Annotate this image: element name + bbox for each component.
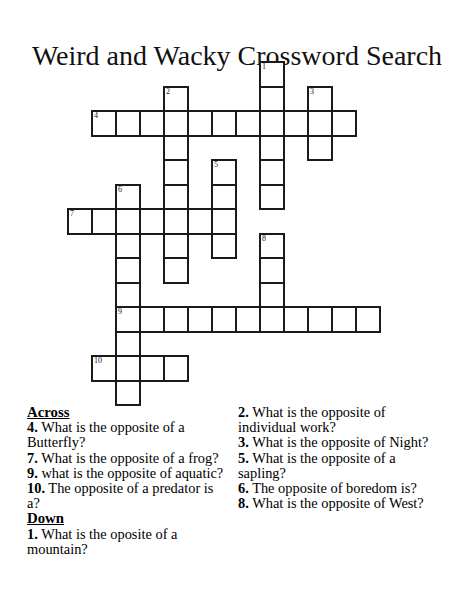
clue-text: What is the opposite of a Butterfly? xyxy=(27,419,185,450)
clue-number: 4. xyxy=(27,419,38,435)
cell-r2-c3[interactable] xyxy=(140,111,164,136)
cell-r2-c9[interactable] xyxy=(284,111,308,136)
cell-r4-c6[interactable]: 5 xyxy=(212,160,236,185)
clue-down-3: 3. What is the opposite of Night? xyxy=(238,435,432,450)
clue-number: 6. xyxy=(238,480,249,496)
cell-r10-c10[interactable] xyxy=(308,307,332,332)
cell-r11-c2[interactable] xyxy=(116,332,140,357)
cell-r3-c10[interactable] xyxy=(308,136,332,161)
across-heading: Across xyxy=(27,405,229,420)
cell-r1-c10[interactable]: 3 xyxy=(308,87,332,112)
cell-r5-c6[interactable] xyxy=(212,185,236,210)
cell-r4-c8[interactable] xyxy=(260,160,284,185)
cell-r6-c6[interactable] xyxy=(212,209,236,234)
down-clues-list-left: 1. What is the oposite of a mountain? xyxy=(27,527,229,557)
cell-r2-c5[interactable] xyxy=(188,111,212,136)
cell-r5-c2[interactable]: 6 xyxy=(116,185,140,210)
clue-text: What is the opposite of West? xyxy=(249,495,424,511)
cell-r8-c4[interactable] xyxy=(164,258,188,283)
clue-number: 5. xyxy=(238,450,249,466)
clue-text: The opposite of a predator is a? xyxy=(27,480,213,511)
cell-r2-c10[interactable] xyxy=(308,111,332,136)
cell-r10-c3[interactable] xyxy=(140,307,164,332)
cell-r5-c4[interactable] xyxy=(164,185,188,210)
cell-number-8: 8 xyxy=(262,235,266,243)
cell-r10-c4[interactable] xyxy=(164,307,188,332)
cell-r6-c2[interactable] xyxy=(116,209,140,234)
clue-down-8: 8. What is the opposite of West? xyxy=(238,496,432,511)
clue-number: 9. xyxy=(27,465,38,481)
cell-r6-c1[interactable] xyxy=(92,209,116,234)
clue-text: What is the opposite of a frog? xyxy=(38,450,219,466)
cell-r7-c2[interactable] xyxy=(116,234,140,259)
cell-number-7: 7 xyxy=(70,210,74,218)
clue-number: 1. xyxy=(27,526,38,542)
clue-down-6: 6. The opposite of boredom is? xyxy=(238,481,432,496)
cell-number-2: 2 xyxy=(166,88,170,96)
cell-number-10: 10 xyxy=(94,357,102,365)
cell-r10-c12[interactable] xyxy=(356,307,380,332)
cell-number-5: 5 xyxy=(214,161,218,169)
cell-r6-c3[interactable] xyxy=(140,209,164,234)
clue-down-5: 5. What is the opposite of a sapling? xyxy=(238,451,432,481)
cell-r8-c8[interactable] xyxy=(260,258,284,283)
cell-r10-c11[interactable] xyxy=(332,307,356,332)
cell-r2-c8[interactable] xyxy=(260,111,284,136)
cell-r1-c4[interactable]: 2 xyxy=(164,87,188,112)
cell-r6-c0[interactable]: 7 xyxy=(68,209,92,234)
cell-r10-c8[interactable] xyxy=(260,307,284,332)
cell-r9-c8[interactable] xyxy=(260,283,284,308)
cell-r2-c11[interactable] xyxy=(332,111,356,136)
clue-number: 10. xyxy=(27,480,45,496)
clue-text: The opposite of boredom is? xyxy=(249,480,417,496)
cell-r5-c8[interactable] xyxy=(260,185,284,210)
cell-r12-c4[interactable] xyxy=(164,356,188,381)
cell-r2-c7[interactable] xyxy=(236,111,260,136)
cell-r12-c2[interactable] xyxy=(116,356,140,381)
cell-r10-c7[interactable] xyxy=(236,307,260,332)
cell-r3-c4[interactable] xyxy=(164,136,188,161)
clue-down-2: 2. What is the opposite of individual wo… xyxy=(238,405,432,435)
clue-number: 8. xyxy=(238,495,249,511)
cell-r7-c4[interactable] xyxy=(164,234,188,259)
clue-down-1: 1. What is the oposite of a mountain? xyxy=(27,527,229,557)
clue-number: 2. xyxy=(238,404,249,420)
down-heading: Down xyxy=(27,511,229,526)
clue-text: What is the opposite of a sapling? xyxy=(238,450,396,481)
cell-r9-c2[interactable] xyxy=(116,283,140,308)
cell-r13-c2[interactable] xyxy=(116,381,140,406)
clue-text: What is the oposite of a mountain? xyxy=(27,526,177,557)
down-clues-list-right: 2. What is the opposite of individual wo… xyxy=(238,405,432,511)
clues-column-left: Across 4. What is the opposite of a Butt… xyxy=(27,405,229,557)
clue-number: 3. xyxy=(238,434,249,450)
cell-r6-c5[interactable] xyxy=(188,209,212,234)
cell-r12-c3[interactable] xyxy=(140,356,164,381)
cell-r10-c6[interactable] xyxy=(212,307,236,332)
cell-r6-c4[interactable] xyxy=(164,209,188,234)
crossword-grid: 12345678910 xyxy=(68,62,380,405)
cell-r12-c1[interactable]: 10 xyxy=(92,356,116,381)
clue-across-4: 4. What is the opposite of a Butterfly? xyxy=(27,420,229,450)
cell-number-6: 6 xyxy=(118,186,122,194)
cell-r3-c8[interactable] xyxy=(260,136,284,161)
clue-text: what is the opposite of aquatic? xyxy=(38,465,223,481)
cell-r10-c2[interactable]: 9 xyxy=(116,307,140,332)
cell-number-3: 3 xyxy=(310,88,314,96)
cell-r7-c8[interactable]: 8 xyxy=(260,234,284,259)
cell-r10-c5[interactable] xyxy=(188,307,212,332)
cell-r8-c2[interactable] xyxy=(116,258,140,283)
cell-r4-c4[interactable] xyxy=(164,160,188,185)
cell-r2-c1[interactable]: 4 xyxy=(92,111,116,136)
cell-r7-c6[interactable] xyxy=(212,234,236,259)
cell-number-1: 1 xyxy=(262,63,266,71)
clue-across-9: 9. what is the opposite of aquatic? xyxy=(27,466,229,481)
cell-r2-c4[interactable] xyxy=(164,111,188,136)
clue-text: What is the opposite of individual work? xyxy=(238,404,386,435)
puzzle-page: Weird and Wacky Crossword Search 1234567… xyxy=(0,0,474,613)
cell-r2-c6[interactable] xyxy=(212,111,236,136)
clue-number: 7. xyxy=(27,450,38,466)
cell-number-4: 4 xyxy=(94,112,98,120)
cell-r0-c8[interactable]: 1 xyxy=(260,62,284,87)
cell-r10-c9[interactable] xyxy=(284,307,308,332)
clue-across-7: 7. What is the opposite of a frog? xyxy=(27,451,229,466)
cell-number-9: 9 xyxy=(118,308,122,316)
clue-text: What is the opposite of Night? xyxy=(249,434,429,450)
cell-r1-c8[interactable] xyxy=(260,87,284,112)
cell-r2-c2[interactable] xyxy=(116,111,140,136)
clue-across-10: 10. The opposite of a predator is a? xyxy=(27,481,229,511)
across-clues-list: 4. What is the opposite of a Butterfly?7… xyxy=(27,420,229,511)
